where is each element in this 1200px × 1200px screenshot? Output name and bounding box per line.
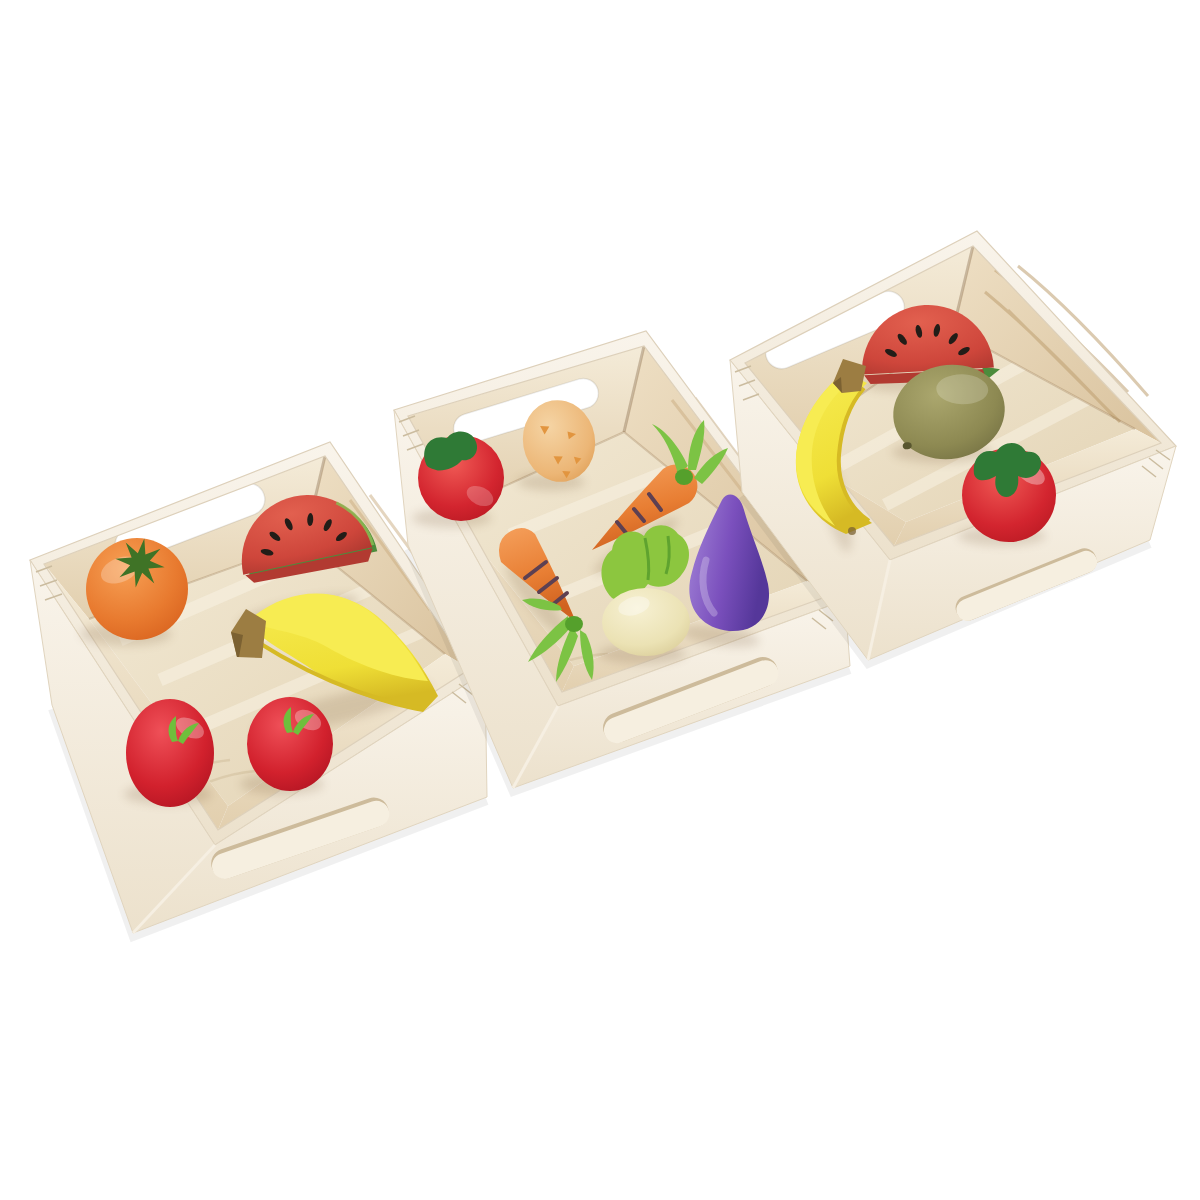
toy-crates-photo [0, 0, 1200, 1200]
food-orange [86, 538, 188, 640]
apple-body [126, 699, 214, 807]
banana-end-dot [848, 527, 856, 535]
product-image [0, 0, 1200, 1200]
carrot-greens-base [675, 469, 693, 485]
food-apple-2 [247, 697, 333, 791]
food-apple-1 [126, 699, 214, 807]
carrot-greens-base [565, 616, 583, 632]
